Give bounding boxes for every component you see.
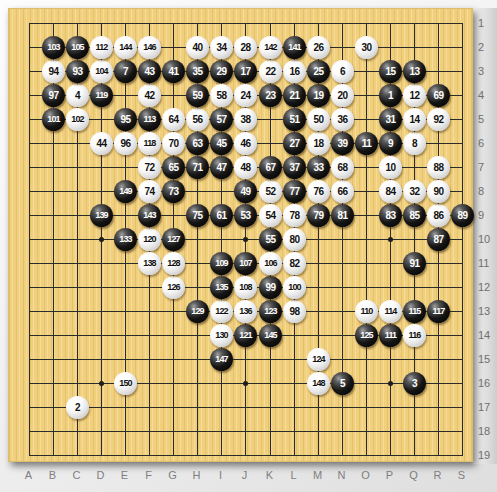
stone-F8: 74 [138, 180, 161, 203]
move-number: 36 [337, 115, 347, 125]
column-label-K: K [266, 469, 273, 481]
move-number: 40 [192, 43, 202, 53]
move-number: 12 [409, 91, 419, 101]
stone-I12: 135 [210, 276, 233, 299]
star-point-P10 [388, 237, 393, 242]
move-number: 25 [313, 67, 323, 77]
page-background: { "game": "Go (19x19) numbered game-reco… [0, 0, 497, 492]
move-number: 138 [143, 259, 156, 268]
move-number: 143 [143, 211, 156, 220]
stone-B2: 103 [42, 36, 65, 59]
grid-line-horizontal [29, 431, 463, 432]
stone-I6: 45 [210, 132, 233, 155]
move-number: 106 [264, 259, 277, 268]
stone-N4: 20 [331, 84, 354, 107]
move-number: 14 [409, 115, 419, 125]
stone-E8: 149 [114, 180, 137, 203]
move-number: 33 [313, 163, 323, 173]
move-number: 125 [360, 331, 373, 340]
row-label-11: 11 [478, 257, 489, 269]
move-number: 108 [239, 283, 252, 292]
stone-J14: 121 [234, 324, 257, 347]
move-number: 35 [192, 67, 202, 77]
move-number: 122 [215, 307, 228, 316]
stone-C17: 2 [66, 396, 89, 419]
stone-I4: 58 [210, 84, 233, 107]
move-number: 128 [167, 259, 180, 268]
row-label-2: 2 [478, 41, 484, 53]
stone-G11: 128 [162, 252, 185, 275]
move-number: 130 [215, 331, 228, 340]
stone-N8: 66 [331, 180, 354, 203]
move-number: 53 [240, 211, 250, 221]
move-number: 102 [71, 115, 84, 124]
column-label-R: R [434, 469, 442, 481]
move-number: 49 [240, 187, 250, 197]
move-number: 30 [361, 43, 371, 53]
stone-N7: 68 [331, 156, 354, 179]
row-label-4: 4 [478, 89, 484, 101]
stone-F5: 113 [138, 108, 161, 131]
stone-G8: 73 [162, 180, 185, 203]
move-number: 46 [240, 139, 250, 149]
stone-B3: 94 [42, 60, 65, 83]
move-number: 126 [167, 283, 180, 292]
move-number: 22 [265, 67, 275, 77]
move-number: 20 [337, 91, 347, 101]
stone-K14: 145 [259, 324, 282, 347]
move-number: 87 [433, 235, 443, 245]
column-label-L: L [290, 469, 296, 481]
move-number: 142 [264, 43, 277, 52]
stone-Q5: 14 [403, 108, 426, 131]
move-number: 92 [433, 115, 443, 125]
stone-F6: 118 [138, 132, 161, 155]
stone-J8: 49 [234, 180, 257, 203]
column-label-N: N [338, 469, 346, 481]
stone-I14: 130 [210, 324, 233, 347]
stone-J11: 107 [234, 252, 257, 275]
move-number: 121 [239, 331, 252, 340]
move-number: 17 [240, 67, 250, 77]
stone-F4: 42 [138, 84, 161, 107]
stone-I2: 34 [210, 36, 233, 59]
row-label-17: 17 [478, 401, 490, 413]
stone-K3: 22 [259, 60, 282, 83]
move-number: 15 [385, 67, 395, 77]
stone-H7: 71 [186, 156, 209, 179]
move-number: 76 [313, 187, 323, 197]
stone-R13: 117 [427, 300, 450, 323]
stone-J5: 38 [234, 108, 257, 131]
move-number: 100 [288, 283, 301, 292]
stone-F9: 143 [138, 204, 161, 227]
stone-D4: 119 [90, 84, 113, 107]
move-number: 48 [240, 163, 250, 173]
stone-H4: 59 [186, 84, 209, 107]
move-number: 39 [337, 139, 347, 149]
move-number: 6 [340, 67, 345, 77]
stone-R9: 86 [427, 204, 450, 227]
move-number: 45 [216, 139, 226, 149]
stone-E16: 150 [114, 372, 137, 395]
move-number: 66 [337, 187, 347, 197]
grid-line-vertical [462, 23, 463, 456]
row-label-14: 14 [478, 329, 490, 341]
row-label-18: 18 [478, 425, 490, 437]
stone-K12: 99 [259, 276, 282, 299]
move-number: 112 [95, 43, 107, 52]
move-number: 146 [143, 43, 156, 52]
row-label-10: 10 [478, 233, 490, 245]
move-number: 78 [289, 211, 299, 221]
stone-I15: 147 [210, 348, 233, 371]
stone-K11: 106 [259, 252, 282, 275]
stone-N6: 39 [331, 132, 354, 155]
row-label-1: 1 [478, 17, 484, 29]
stone-H5: 56 [186, 108, 209, 131]
move-number: 114 [384, 307, 396, 316]
stone-H2: 40 [186, 36, 209, 59]
stone-J4: 24 [234, 84, 257, 107]
move-number: 144 [119, 43, 132, 52]
move-number: 117 [432, 307, 444, 316]
move-number: 97 [48, 91, 58, 101]
move-number: 72 [144, 163, 154, 173]
stone-Q13: 115 [403, 300, 426, 323]
move-number: 74 [144, 187, 154, 197]
move-number: 119 [95, 91, 107, 100]
move-number: 32 [409, 187, 419, 197]
move-number: 47 [216, 163, 226, 173]
stone-G7: 65 [162, 156, 185, 179]
stone-F2: 146 [138, 36, 161, 59]
move-number: 13 [409, 67, 419, 77]
stone-P8: 84 [379, 180, 402, 203]
stone-J7: 48 [234, 156, 257, 179]
move-number: 7 [123, 67, 128, 77]
move-number: 52 [265, 187, 275, 197]
move-number: 91 [409, 259, 419, 269]
stone-L7: 37 [283, 156, 306, 179]
stone-D3: 104 [90, 60, 113, 83]
stone-P5: 31 [379, 108, 402, 131]
move-number: 64 [168, 115, 178, 125]
move-number: 109 [215, 259, 228, 268]
row-label-3: 3 [478, 65, 484, 77]
move-number: 149 [119, 187, 132, 196]
move-number: 65 [168, 163, 178, 173]
grid-line-horizontal [29, 455, 463, 456]
move-number: 26 [313, 43, 323, 53]
move-number: 16 [289, 67, 299, 77]
stone-L4: 21 [283, 84, 306, 107]
stone-M7: 33 [307, 156, 330, 179]
move-number: 110 [360, 307, 372, 316]
move-number: 2 [75, 403, 80, 413]
column-label-F: F [145, 469, 152, 481]
move-number: 88 [433, 163, 443, 173]
move-number: 50 [313, 115, 323, 125]
stone-E10: 133 [114, 228, 137, 251]
stone-L12: 100 [283, 276, 306, 299]
star-point-D16 [99, 381, 104, 386]
column-label-H: H [193, 469, 201, 481]
move-number: 8 [412, 139, 417, 149]
stone-M8: 76 [307, 180, 330, 203]
stone-J13: 136 [234, 300, 257, 323]
move-number: 135 [215, 283, 228, 292]
move-number: 139 [95, 211, 108, 220]
stone-L3: 16 [283, 60, 306, 83]
stone-N3: 6 [331, 60, 354, 83]
move-number: 82 [289, 259, 299, 269]
stone-E5: 95 [114, 108, 137, 131]
move-number: 4 [75, 91, 80, 101]
stone-L10: 80 [283, 228, 306, 251]
column-label-C: C [73, 469, 81, 481]
row-label-8: 8 [478, 185, 484, 197]
stone-Q3: 13 [403, 60, 426, 83]
stone-M4: 19 [307, 84, 330, 107]
stone-I7: 47 [210, 156, 233, 179]
row-label-5: 5 [478, 113, 484, 125]
row-label-19: 19 [478, 449, 490, 461]
move-number: 55 [265, 235, 275, 245]
column-label-B: B [49, 469, 56, 481]
stone-H3: 35 [186, 60, 209, 83]
stone-Q16: 3 [403, 372, 426, 395]
column-label-S: S [458, 469, 465, 481]
stone-G12: 126 [162, 276, 185, 299]
move-number: 120 [143, 235, 156, 244]
move-number: 86 [433, 211, 443, 221]
move-number: 68 [337, 163, 347, 173]
stone-O14: 125 [355, 324, 378, 347]
move-number: 63 [192, 139, 202, 149]
stone-P3: 15 [379, 60, 402, 83]
stone-S9: 89 [451, 204, 474, 227]
move-number: 38 [240, 115, 250, 125]
stone-M9: 79 [307, 204, 330, 227]
stone-Q6: 8 [403, 132, 426, 155]
row-label-9: 9 [478, 209, 484, 221]
stone-R5: 92 [427, 108, 450, 131]
move-number: 73 [168, 187, 178, 197]
stone-F7: 72 [138, 156, 161, 179]
stone-F3: 43 [138, 60, 161, 83]
move-number: 95 [120, 115, 130, 125]
move-number: 81 [337, 211, 347, 221]
move-number: 150 [119, 379, 132, 388]
move-number: 56 [192, 115, 202, 125]
move-number: 83 [385, 211, 395, 221]
stone-G5: 64 [162, 108, 185, 131]
stone-Q14: 116 [403, 324, 426, 347]
move-number: 147 [215, 355, 228, 364]
stone-C2: 105 [66, 36, 89, 59]
stone-E3: 7 [114, 60, 137, 83]
stone-G3: 41 [162, 60, 185, 83]
move-number: 79 [313, 211, 323, 221]
move-number: 129 [191, 307, 204, 316]
stone-J9: 53 [234, 204, 257, 227]
stone-E6: 96 [114, 132, 137, 155]
stone-O13: 110 [355, 300, 378, 323]
stone-H6: 63 [186, 132, 209, 155]
stone-D6: 44 [90, 132, 113, 155]
row-label-12: 12 [478, 281, 490, 293]
stone-H13: 129 [186, 300, 209, 323]
move-number: 75 [192, 211, 202, 221]
move-number: 145 [264, 331, 277, 340]
move-number: 90 [433, 187, 443, 197]
star-point-P16 [388, 381, 393, 386]
move-number: 10 [385, 163, 395, 173]
stone-K13: 123 [259, 300, 282, 323]
move-number: 101 [47, 115, 60, 124]
stone-L8: 77 [283, 180, 306, 203]
move-number: 96 [120, 139, 130, 149]
stone-P9: 83 [379, 204, 402, 227]
move-number: 115 [408, 307, 420, 316]
move-number: 43 [144, 67, 154, 77]
column-label-P: P [386, 469, 393, 481]
move-number: 103 [47, 43, 60, 52]
move-number: 98 [289, 307, 299, 317]
move-number: 118 [143, 139, 155, 148]
move-number: 89 [457, 211, 467, 221]
stone-D2: 112 [90, 36, 113, 59]
column-label-J: J [242, 469, 248, 481]
move-number: 80 [289, 235, 299, 245]
stone-N9: 81 [331, 204, 354, 227]
move-number: 99 [265, 283, 275, 293]
move-number: 124 [312, 355, 325, 364]
stone-G6: 70 [162, 132, 185, 155]
stone-O6: 11 [355, 132, 378, 155]
move-number: 127 [167, 235, 180, 244]
move-number: 93 [72, 67, 82, 77]
move-number: 21 [289, 91, 299, 101]
grid-line-horizontal [29, 23, 463, 24]
stone-B5: 101 [42, 108, 65, 131]
move-number: 34 [216, 43, 226, 53]
stone-F10: 120 [138, 228, 161, 251]
stone-K10: 55 [259, 228, 282, 251]
stone-F11: 138 [138, 252, 161, 275]
move-number: 85 [409, 211, 419, 221]
stone-R10: 87 [427, 228, 450, 251]
move-number: 123 [264, 307, 277, 316]
move-number: 41 [168, 67, 178, 77]
stone-K8: 52 [259, 180, 282, 203]
stone-J12: 108 [234, 276, 257, 299]
stone-N5: 36 [331, 108, 354, 131]
stone-H9: 75 [186, 204, 209, 227]
move-number: 5 [340, 379, 345, 389]
move-number: 42 [144, 91, 154, 101]
move-number: 31 [385, 115, 395, 125]
move-number: 24 [240, 91, 250, 101]
move-number: 58 [216, 91, 226, 101]
column-label-G: G [168, 469, 177, 481]
move-number: 9 [388, 139, 393, 149]
stone-K4: 23 [259, 84, 282, 107]
move-number: 111 [385, 331, 397, 340]
move-number: 1 [388, 91, 393, 101]
move-number: 67 [265, 163, 275, 173]
move-number: 136 [239, 307, 252, 316]
column-label-A: A [25, 469, 32, 481]
move-number: 113 [143, 115, 155, 124]
move-number: 51 [289, 115, 299, 125]
stone-M3: 25 [307, 60, 330, 83]
move-number: 54 [265, 211, 275, 221]
stone-L6: 27 [283, 132, 306, 155]
stone-M15: 124 [307, 348, 330, 371]
move-number: 69 [433, 91, 443, 101]
grid-line-horizontal [29, 359, 463, 360]
move-number: 18 [313, 139, 323, 149]
move-number: 59 [192, 91, 202, 101]
stone-C4: 4 [66, 84, 89, 107]
row-label-13: 13 [478, 305, 490, 317]
move-number: 116 [408, 331, 420, 340]
stone-L13: 98 [283, 300, 306, 323]
move-number: 23 [265, 91, 275, 101]
stone-Q8: 32 [403, 180, 426, 203]
column-label-M: M [313, 469, 322, 481]
stone-L11: 82 [283, 252, 306, 275]
stone-N16: 5 [331, 372, 354, 395]
stone-P13: 114 [379, 300, 402, 323]
move-number: 94 [48, 67, 58, 77]
stone-R7: 88 [427, 156, 450, 179]
move-number: 77 [289, 187, 299, 197]
stone-L2: 141 [283, 36, 306, 59]
stone-I3: 29 [210, 60, 233, 83]
star-point-J16 [243, 381, 248, 386]
go-board[interactable]: 1234567891011121314151617181920212223242… [8, 8, 473, 462]
star-point-J10 [243, 237, 248, 242]
stone-I13: 122 [210, 300, 233, 323]
stone-I9: 61 [210, 204, 233, 227]
stone-K9: 54 [259, 204, 282, 227]
row-label-7: 7 [478, 161, 484, 173]
column-label-I: I [219, 469, 222, 481]
move-number: 84 [385, 187, 395, 197]
move-number: 57 [216, 115, 226, 125]
move-number: 71 [192, 163, 202, 173]
stone-M5: 50 [307, 108, 330, 131]
column-label-E: E [121, 469, 128, 481]
move-number: 107 [239, 259, 252, 268]
move-number: 105 [71, 43, 84, 52]
move-number: 148 [312, 379, 325, 388]
row-label-15: 15 [478, 353, 490, 365]
stone-L5: 51 [283, 108, 306, 131]
move-number: 3 [412, 379, 417, 389]
stone-C3: 93 [66, 60, 89, 83]
grid-line-vertical [366, 23, 367, 456]
stone-E2: 144 [114, 36, 137, 59]
stone-K7: 67 [259, 156, 282, 179]
move-number: 27 [289, 139, 299, 149]
grid-line-horizontal [29, 407, 463, 408]
move-number: 28 [240, 43, 250, 53]
stone-P6: 9 [379, 132, 402, 155]
